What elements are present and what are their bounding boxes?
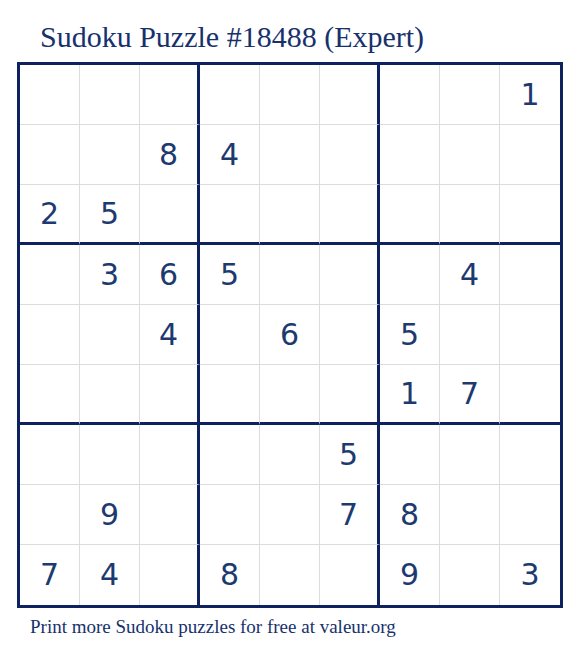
cell-r5c1 [20, 305, 80, 365]
cell-r3c5 [260, 185, 320, 245]
cell-r4c5 [260, 245, 320, 305]
cell-r8c4 [200, 485, 260, 545]
given-digit-r4c3: 6 [140, 245, 200, 305]
cell-r1c1 [20, 65, 80, 125]
cell-r6c1 [20, 365, 80, 425]
cell-r8c9 [500, 485, 560, 545]
given-digit-r5c5: 6 [260, 305, 320, 365]
cell-r2c5 [260, 125, 320, 185]
cell-r2c9 [500, 125, 560, 185]
cell-r5c9 [500, 305, 560, 365]
cell-r1c5 [260, 65, 320, 125]
cell-r7c4 [200, 425, 260, 485]
cell-r7c3 [140, 425, 200, 485]
given-digit-r2c3: 8 [140, 125, 200, 185]
cell-r2c7 [380, 125, 440, 185]
cell-r4c7 [380, 245, 440, 305]
given-digit-r5c3: 4 [140, 305, 200, 365]
given-digit-r9c4: 8 [200, 545, 260, 605]
cell-r7c2 [80, 425, 140, 485]
given-digit-r5c7: 5 [380, 305, 440, 365]
given-digit-r9c2: 4 [80, 545, 140, 605]
cell-r3c4 [200, 185, 260, 245]
cell-r1c7 [380, 65, 440, 125]
cell-r6c9 [500, 365, 560, 425]
cell-r5c8 [440, 305, 500, 365]
given-digit-r4c2: 3 [80, 245, 140, 305]
given-digit-r9c9: 3 [500, 545, 560, 605]
sudoku-page: Sudoku Puzzle #18488 (Expert) 1842536544… [0, 0, 580, 651]
cell-r2c1 [20, 125, 80, 185]
cell-r8c3 [140, 485, 200, 545]
cell-r7c5 [260, 425, 320, 485]
cell-r3c3 [140, 185, 200, 245]
cell-r6c3 [140, 365, 200, 425]
given-digit-r6c8: 7 [440, 365, 500, 425]
cell-r8c5 [260, 485, 320, 545]
given-digit-r6c7: 1 [380, 365, 440, 425]
cell-r1c8 [440, 65, 500, 125]
cell-r7c9 [500, 425, 560, 485]
cell-r9c5 [260, 545, 320, 605]
cell-r3c7 [380, 185, 440, 245]
cell-r2c6 [320, 125, 380, 185]
footer-text: Print more Sudoku puzzles for free at va… [30, 616, 396, 638]
cell-r7c1 [20, 425, 80, 485]
cell-r3c8 [440, 185, 500, 245]
cell-r5c2 [80, 305, 140, 365]
cell-r5c4 [200, 305, 260, 365]
given-digit-r3c2: 5 [80, 185, 140, 245]
cell-r3c9 [500, 185, 560, 245]
given-digit-r4c8: 4 [440, 245, 500, 305]
cell-r7c7 [380, 425, 440, 485]
cell-r9c8 [440, 545, 500, 605]
cell-r9c6 [320, 545, 380, 605]
cell-r6c6 [320, 365, 380, 425]
cell-r6c2 [80, 365, 140, 425]
cell-r2c2 [80, 125, 140, 185]
given-digit-r4c4: 5 [200, 245, 260, 305]
cell-r2c8 [440, 125, 500, 185]
cell-r1c3 [140, 65, 200, 125]
cell-r4c1 [20, 245, 80, 305]
given-digit-r9c1: 7 [20, 545, 80, 605]
cell-r3c6 [320, 185, 380, 245]
given-digit-r2c4: 4 [200, 125, 260, 185]
cell-r6c4 [200, 365, 260, 425]
cell-r4c6 [320, 245, 380, 305]
given-digit-r3c1: 2 [20, 185, 80, 245]
given-digit-r9c7: 9 [380, 545, 440, 605]
cell-r6c5 [260, 365, 320, 425]
cell-r1c6 [320, 65, 380, 125]
cell-r5c6 [320, 305, 380, 365]
sudoku-board: 18425365446517597874893 [17, 62, 563, 608]
given-digit-r7c6: 5 [320, 425, 380, 485]
cell-r4c9 [500, 245, 560, 305]
cell-r7c8 [440, 425, 500, 485]
given-digit-r8c7: 8 [380, 485, 440, 545]
given-digit-r8c6: 7 [320, 485, 380, 545]
cell-r9c3 [140, 545, 200, 605]
page-title: Sudoku Puzzle #18488 (Expert) [40, 20, 424, 54]
cell-r8c8 [440, 485, 500, 545]
cell-r1c4 [200, 65, 260, 125]
cell-r8c1 [20, 485, 80, 545]
given-digit-r1c9: 1 [500, 65, 560, 125]
given-digit-r8c2: 9 [80, 485, 140, 545]
cell-r1c2 [80, 65, 140, 125]
